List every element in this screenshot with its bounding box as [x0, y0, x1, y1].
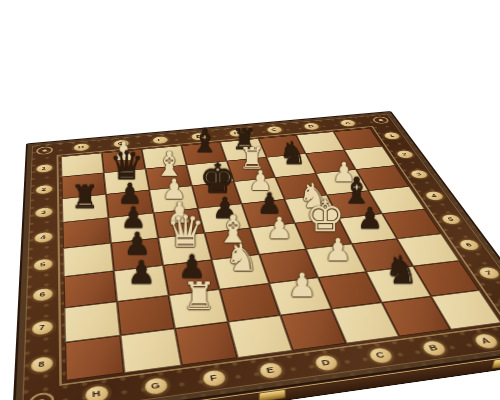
- file-label: H: [73, 143, 90, 152]
- board-square: [63, 243, 114, 277]
- file-label: B: [302, 122, 321, 130]
- file-label: B: [418, 339, 448, 357]
- rank-label: 5: [32, 258, 53, 272]
- border-file-cell: F: [182, 358, 247, 399]
- rank-label: 3: [407, 169, 429, 179]
- board-square: ♛: [158, 233, 211, 265]
- chess-board: HGFEDCBA1♟♝♜12♛♝♜♞23♜♟♟♚♟♟34♟♟♟♟♞♝45♟♛♝♟…: [12, 111, 500, 400]
- photo-stage: HGFEDCBA1♟♝♜12♛♝♜♞23♜♟♟♚♟♟34♟♟♟♟♞♝45♟♛♝♟…: [0, 0, 500, 400]
- board-square: ♟: [163, 260, 219, 296]
- file-label: D: [311, 353, 340, 372]
- board-square: ♚: [295, 218, 352, 249]
- file-label: E: [189, 132, 207, 141]
- corner-rosette-icon: [371, 116, 391, 124]
- corner-rosette-icon: [36, 146, 53, 155]
- border-rank-cell: 6: [20, 277, 64, 314]
- rank-label: 5: [438, 213, 463, 225]
- file-label: A: [338, 119, 357, 127]
- border-rank-cell: 8: [16, 342, 65, 387]
- chess-set: HGFEDCBA1♟♝♜12♛♝♜♞23♜♟♟♚♟♟34♟♟♟♟♞♝45♟♛♝♟…: [26, 4, 470, 400]
- board-square: ♟: [198, 204, 250, 233]
- file-label: C: [265, 125, 284, 134]
- file-label: G: [142, 376, 169, 396]
- board-square: [64, 302, 120, 343]
- rank-label: 2: [35, 184, 53, 195]
- board-square: ♟: [106, 190, 154, 218]
- rank-label: 6: [31, 287, 53, 303]
- board-square: ♟: [111, 238, 163, 271]
- file-label: A: [470, 332, 500, 350]
- rank-label: 8: [496, 296, 500, 312]
- rank-label: 4: [33, 231, 53, 244]
- corner-rosette-icon: [28, 391, 54, 400]
- border-file-cell: G: [124, 365, 187, 400]
- board-square: ♞: [212, 254, 270, 289]
- rank-label: 3: [34, 206, 53, 218]
- board-square: ♚: [192, 182, 242, 209]
- file-label: H: [83, 384, 109, 400]
- rank-label: 2: [394, 149, 415, 158]
- file-label: F: [200, 368, 227, 388]
- file-label: D: [227, 129, 245, 138]
- rank-label: 7: [30, 319, 53, 336]
- board-square: [117, 295, 175, 335]
- rank-label: 1: [381, 131, 401, 140]
- border-corner: [27, 141, 61, 160]
- rank-label: 6: [456, 238, 482, 251]
- file-label: F: [151, 135, 169, 144]
- board-square: ♟: [154, 208, 205, 238]
- board-square: [64, 271, 117, 308]
- board-square: [62, 218, 111, 249]
- brass-hinge: [492, 356, 500, 368]
- border-rank-cell: 7: [18, 308, 65, 348]
- board-square: ♟: [149, 186, 198, 213]
- file-label: G: [112, 139, 129, 148]
- rank-label: 8: [29, 355, 53, 374]
- rank-label: 7: [475, 266, 500, 280]
- rank-label: 1: [35, 163, 53, 173]
- file-label: C: [365, 346, 395, 365]
- rank-label: 4: [422, 190, 446, 201]
- file-label: E: [256, 361, 284, 380]
- brass-hinge: [259, 389, 286, 400]
